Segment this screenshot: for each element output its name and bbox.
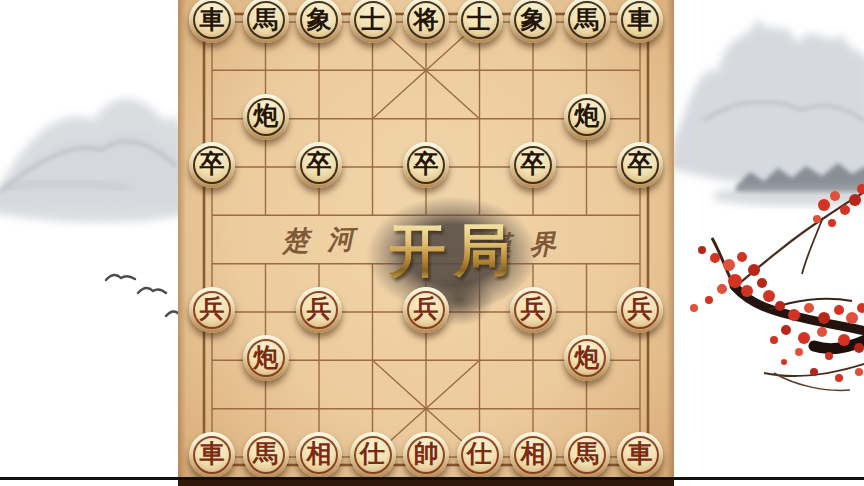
piece-red-cannon[interactable]: 炮 — [243, 335, 289, 381]
piece-black-soldier[interactable]: 卒 — [510, 142, 556, 188]
piece-black-chariot[interactable]: 車 — [189, 0, 235, 43]
piece-label: 相 — [296, 431, 342, 477]
piece-label: 炮 — [564, 334, 610, 380]
piece-label: 帥 — [403, 431, 449, 477]
piece-label: 車 — [617, 431, 663, 477]
piece-label: 士 — [350, 0, 396, 42]
piece-red-elephant[interactable]: 相 — [296, 432, 342, 478]
piece-label: 将 — [403, 0, 449, 42]
piece-label: 卒 — [403, 141, 449, 187]
app-window: 楚河 漢界 开局 車馬象士将士象馬車炮炮卒卒卒卒卒兵兵兵兵兵炮炮車馬相仕帥仕相馬… — [0, 0, 864, 486]
piece-label: 卒 — [510, 141, 556, 187]
piece-label: 卒 — [189, 141, 235, 187]
piece-label: 相 — [510, 431, 556, 477]
piece-label: 兵 — [403, 286, 449, 332]
piece-black-cannon[interactable]: 炮 — [564, 94, 610, 140]
piece-black-soldier[interactable]: 卒 — [403, 142, 449, 188]
piece-red-soldier[interactable]: 兵 — [189, 287, 235, 333]
piece-black-horse[interactable]: 馬 — [564, 0, 610, 43]
piece-red-soldier[interactable]: 兵 — [403, 287, 449, 333]
piece-black-elephant[interactable]: 象 — [296, 0, 342, 43]
piece-label: 士 — [457, 0, 503, 42]
piece-black-cannon[interactable]: 炮 — [243, 94, 289, 140]
piece-red-soldier[interactable]: 兵 — [296, 287, 342, 333]
plum-blossom-art — [690, 184, 864, 390]
piece-black-advisor[interactable]: 士 — [350, 0, 396, 43]
piece-label: 馬 — [243, 0, 289, 42]
board-bottom-shadow — [178, 480, 674, 486]
piece-label: 兵 — [510, 286, 556, 332]
piece-black-soldier[interactable]: 卒 — [296, 142, 342, 188]
piece-label: 車 — [189, 431, 235, 477]
piece-label: 卒 — [617, 141, 663, 187]
piece-red-general[interactable]: 帥 — [403, 432, 449, 478]
piece-label: 車 — [617, 0, 663, 42]
mountain-range-art — [674, 18, 864, 206]
piece-label: 象 — [296, 0, 342, 42]
piece-black-horse[interactable]: 馬 — [243, 0, 289, 43]
piece-label: 馬 — [564, 431, 610, 477]
piece-red-chariot[interactable]: 車 — [189, 432, 235, 478]
piece-black-general[interactable]: 将 — [403, 0, 449, 43]
piece-red-soldier[interactable]: 兵 — [510, 287, 556, 333]
left-ink-painting — [0, 0, 178, 486]
piece-red-horse[interactable]: 馬 — [243, 432, 289, 478]
piece-red-elephant[interactable]: 相 — [510, 432, 556, 478]
piece-label: 炮 — [243, 93, 289, 139]
opening-logo: 开局 — [356, 222, 552, 279]
piece-red-cannon[interactable]: 炮 — [564, 335, 610, 381]
piece-label: 炮 — [564, 93, 610, 139]
mountain-ink-art — [0, 98, 178, 222]
piece-label: 象 — [510, 0, 556, 42]
piece-label: 車 — [189, 0, 235, 42]
piece-black-soldier[interactable]: 卒 — [617, 142, 663, 188]
birds-icon — [106, 275, 178, 316]
piece-red-chariot[interactable]: 車 — [617, 432, 663, 478]
xiangqi-board[interactable]: 楚河 漢界 开局 車馬象士将士象馬車炮炮卒卒卒卒卒兵兵兵兵兵炮炮車馬相仕帥仕相馬… — [178, 0, 674, 486]
piece-label: 仕 — [350, 431, 396, 477]
piece-black-chariot[interactable]: 車 — [617, 0, 663, 43]
piece-black-advisor[interactable]: 士 — [457, 0, 503, 43]
piece-label: 兵 — [617, 286, 663, 332]
piece-label: 兵 — [296, 286, 342, 332]
right-ink-painting — [674, 0, 864, 486]
piece-label: 兵 — [189, 286, 235, 332]
piece-black-elephant[interactable]: 象 — [510, 0, 556, 43]
piece-black-soldier[interactable]: 卒 — [189, 142, 235, 188]
piece-red-horse[interactable]: 馬 — [564, 432, 610, 478]
piece-label: 炮 — [243, 334, 289, 380]
piece-red-advisor[interactable]: 仕 — [350, 432, 396, 478]
piece-label: 馬 — [564, 0, 610, 42]
piece-red-soldier[interactable]: 兵 — [617, 287, 663, 333]
piece-label: 仕 — [457, 431, 503, 477]
piece-label: 馬 — [243, 431, 289, 477]
piece-red-advisor[interactable]: 仕 — [457, 432, 503, 478]
piece-label: 卒 — [296, 141, 342, 187]
